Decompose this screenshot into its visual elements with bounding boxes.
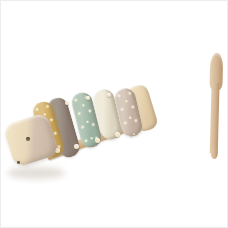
screw-hole bbox=[26, 137, 30, 141]
peg bbox=[65, 101, 69, 105]
screw-hole bbox=[17, 161, 20, 164]
ground-shadow bbox=[7, 167, 65, 179]
peg bbox=[95, 138, 100, 143]
peg bbox=[74, 144, 79, 149]
peg bbox=[107, 93, 111, 97]
mallet bbox=[207, 53, 224, 159]
mallet-handle bbox=[210, 83, 220, 153]
product-image bbox=[0, 0, 228, 228]
peg bbox=[115, 132, 120, 137]
peg bbox=[86, 96, 90, 100]
mallet-handle-tip bbox=[210, 148, 217, 159]
